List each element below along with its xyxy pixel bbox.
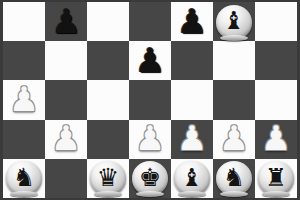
square-e5[interactable] [129, 2, 171, 41]
square-d4[interactable] [87, 41, 129, 80]
square-f5[interactable]: ♟ [171, 2, 213, 41]
bishop-emblem-icon: ♝ [223, 8, 245, 33]
square-c5[interactable]: ♟ [45, 2, 87, 41]
piece-white-rook-h1[interactable]: ♜ [258, 161, 294, 195]
square-c2[interactable]: ♟ [45, 120, 87, 159]
piece-white-knight-g1[interactable]: ♞ [216, 161, 252, 195]
square-d3[interactable] [87, 80, 129, 119]
square-h2[interactable]: ♟ [255, 120, 297, 159]
square-d1[interactable]: ♛ [87, 159, 129, 198]
square-f2[interactable]: ♟ [171, 120, 213, 159]
square-e2[interactable]: ♟ [129, 120, 171, 159]
square-g2[interactable]: ♟ [213, 120, 255, 159]
rook-emblem-icon: ♜ [265, 165, 287, 190]
square-e1[interactable]: ♚ [129, 159, 171, 198]
knight-emblem-icon: ♞ [223, 165, 245, 190]
square-b4[interactable] [3, 41, 45, 80]
piece-white-pawn-e2[interactable]: ♟ [135, 121, 165, 155]
piece-white-bishop-f1[interactable]: ♝ [174, 161, 210, 195]
square-g1[interactable]: ♞ [213, 159, 255, 198]
square-f4[interactable] [171, 41, 213, 80]
piece-black-pawn-f5[interactable]: ♟ [177, 4, 207, 38]
square-g4[interactable] [213, 41, 255, 80]
piece-white-pawn-h2[interactable]: ♟ [261, 121, 291, 155]
square-b2[interactable] [3, 120, 45, 159]
piece-white-bishop-g5[interactable]: ♝ [216, 5, 252, 39]
king-emblem-icon: ♚ [139, 165, 161, 190]
knight-emblem-icon: ♞ [13, 165, 35, 190]
square-c4[interactable] [45, 41, 87, 80]
square-d5[interactable] [87, 2, 129, 41]
piece-white-king-e1[interactable]: ♚ [132, 161, 168, 195]
piece-white-pawn-g2[interactable]: ♟ [219, 121, 249, 155]
square-g3[interactable] [213, 80, 255, 119]
square-h3[interactable] [255, 80, 297, 119]
square-g5[interactable]: ♝ [213, 2, 255, 41]
piece-white-pawn-f2[interactable]: ♟ [177, 121, 207, 155]
piece-white-queen-d1[interactable]: ♛ [90, 161, 126, 195]
chess-board-frame: ♟♟♝♟♟♟♟♟♟♟♞♛♚♝♞♜ [0, 0, 300, 200]
queen-emblem-icon: ♛ [97, 165, 119, 190]
bishop-emblem-icon: ♝ [181, 165, 203, 190]
piece-white-knight-b1[interactable]: ♞ [6, 161, 42, 195]
piece-white-pawn-b3[interactable]: ♟ [9, 82, 39, 116]
square-b1[interactable]: ♞ [3, 159, 45, 198]
square-c1[interactable] [45, 159, 87, 198]
square-b5[interactable] [3, 2, 45, 41]
piece-white-pawn-c2[interactable]: ♟ [51, 121, 81, 155]
square-h5[interactable] [255, 2, 297, 41]
square-e4[interactable]: ♟ [129, 41, 171, 80]
square-h4[interactable] [255, 41, 297, 80]
piece-black-pawn-e4[interactable]: ♟ [135, 43, 165, 77]
chess-board: ♟♟♝♟♟♟♟♟♟♟♞♛♚♝♞♜ [3, 2, 297, 198]
square-c3[interactable] [45, 80, 87, 119]
square-f3[interactable] [171, 80, 213, 119]
square-h1[interactable]: ♜ [255, 159, 297, 198]
piece-black-pawn-c5[interactable]: ♟ [51, 4, 81, 38]
square-e3[interactable] [129, 80, 171, 119]
square-f1[interactable]: ♝ [171, 159, 213, 198]
square-d2[interactable] [87, 120, 129, 159]
square-b3[interactable]: ♟ [3, 80, 45, 119]
